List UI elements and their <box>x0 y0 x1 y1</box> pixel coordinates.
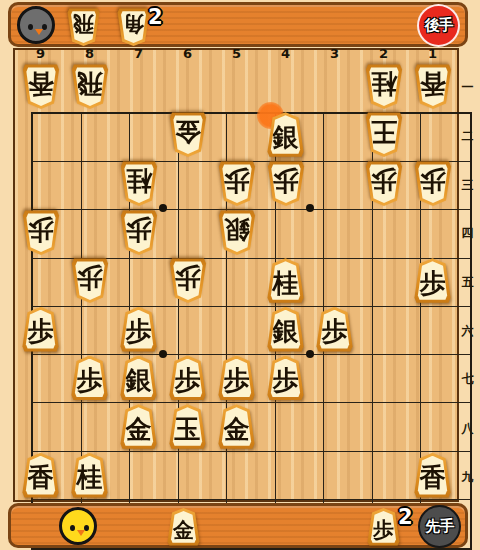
piece-kanji: 歩 <box>224 168 250 194</box>
piece-23-fu[interactable]: 歩 <box>363 161 405 206</box>
piece-kanji: 香 <box>28 464 54 490</box>
rank-label-6: 六 <box>459 323 476 340</box>
sente-player-bar: 金歩2 先手 <box>8 503 468 548</box>
piece-kanji: 歩 <box>322 318 348 344</box>
piece-42-gin[interactable]: 銀 <box>265 112 307 157</box>
avatar-eye-icon <box>70 525 75 531</box>
piece-kanji: 王 <box>371 120 397 146</box>
file-label-9: 9 <box>16 47 65 61</box>
piece-19-kyosha[interactable]: 香 <box>412 453 454 498</box>
rank-label-3: 三 <box>459 177 476 194</box>
star-point-icon <box>159 204 167 212</box>
piece-74-fu[interactable]: 歩 <box>118 210 160 255</box>
piece-kanji: 角 <box>123 15 144 36</box>
file-label-1: 1 <box>408 47 457 61</box>
piece-62-kin[interactable]: 金 <box>167 112 209 157</box>
square-33[interactable] <box>324 210 373 258</box>
square-92[interactable] <box>33 162 82 210</box>
piece-53-fu[interactable]: 歩 <box>216 161 258 206</box>
rank-label-5: 五 <box>459 274 476 291</box>
piece-46-gin[interactable]: 銀 <box>265 307 307 352</box>
piece-kanji: 香 <box>420 464 446 490</box>
piece-kanji: 歩 <box>77 266 103 292</box>
piece-kanji: 銀 <box>126 367 152 393</box>
rank-label-4: 四 <box>459 225 476 242</box>
square-34[interactable] <box>324 259 373 307</box>
file-label-4: 4 <box>261 47 310 61</box>
sente-avatar-icon <box>59 507 97 545</box>
hand-piece-fu[interactable]: 歩 <box>365 508 402 546</box>
gote-player-bar: 飛角2 後手 <box>8 2 468 47</box>
piece-kanji: 歩 <box>273 168 299 194</box>
piece-kanji: 歩 <box>175 367 201 393</box>
piece-87-fu[interactable]: 歩 <box>69 356 111 401</box>
square-23[interactable] <box>373 210 422 258</box>
piece-kanji: 歩 <box>224 367 250 393</box>
file-label-6: 6 <box>163 47 212 61</box>
rank-label-7: 七 <box>459 371 476 388</box>
square-25[interactable] <box>373 307 422 355</box>
piece-kanji: 歩 <box>175 266 201 292</box>
piece-15-fu[interactable]: 歩 <box>412 258 454 303</box>
file-label-8: 8 <box>65 47 114 61</box>
square-27[interactable] <box>373 403 422 451</box>
square-48[interactable] <box>276 452 325 500</box>
piece-36-fu[interactable]: 歩 <box>314 307 356 352</box>
piece-85-fu[interactable]: 歩 <box>69 258 111 303</box>
star-point-icon <box>306 350 314 358</box>
square-47[interactable] <box>276 403 325 451</box>
piece-22-ou[interactable]: 王 <box>363 112 405 157</box>
piece-99-kyosha[interactable]: 香 <box>20 453 62 498</box>
piece-77-gin[interactable]: 銀 <box>118 356 160 401</box>
square-26[interactable] <box>373 355 422 403</box>
rank-label-9: 九 <box>459 469 476 486</box>
rank-label-1: 一 <box>459 79 476 96</box>
square-36[interactable] <box>324 355 373 403</box>
square-58[interactable] <box>227 452 276 500</box>
square-81[interactable] <box>82 114 131 162</box>
piece-76-fu[interactable]: 歩 <box>118 307 160 352</box>
square-78[interactable] <box>130 452 179 500</box>
piece-kanji: 歩 <box>28 217 54 243</box>
piece-kanji: 歩 <box>77 367 103 393</box>
piece-kanji: 飛 <box>73 15 94 36</box>
hand-piece-kin[interactable]: 金 <box>165 508 202 546</box>
piece-11-kyosha[interactable]: 香 <box>412 64 454 109</box>
piece-kanji: 香 <box>420 71 446 97</box>
square-65[interactable] <box>179 307 228 355</box>
piece-kanji: 歩 <box>126 318 152 344</box>
piece-kanji: 金 <box>173 519 194 540</box>
piece-kanji: 歩 <box>371 168 397 194</box>
square-91[interactable] <box>33 114 82 162</box>
piece-81-hisha[interactable]: 飛 <box>69 64 111 109</box>
avatar-eye-icon <box>28 24 33 30</box>
file-label-2: 2 <box>359 47 408 61</box>
piece-kanji: 玉 <box>175 416 201 442</box>
piece-kanji: 銀 <box>224 217 250 243</box>
piece-kanji: 歩 <box>420 270 446 296</box>
piece-47-fu[interactable]: 歩 <box>265 356 307 401</box>
hand-piece-hisha[interactable]: 飛 <box>65 8 102 46</box>
square-68[interactable] <box>179 452 228 500</box>
piece-kanji: 歩 <box>126 217 152 243</box>
piece-43-fu[interactable]: 歩 <box>265 161 307 206</box>
gote-avatar-icon <box>17 6 55 44</box>
avatar-beak-icon <box>35 29 43 35</box>
piece-91-kyosha[interactable]: 香 <box>20 64 62 109</box>
file-label-3: 3 <box>310 47 359 61</box>
square-37[interactable] <box>324 403 373 451</box>
piece-68-gyoku[interactable]: 玉 <box>167 404 209 449</box>
piece-kanji: 歩 <box>420 168 446 194</box>
piece-kanji: 金 <box>126 416 152 442</box>
square-38[interactable] <box>324 452 373 500</box>
piece-kanji: 桂 <box>371 71 397 97</box>
piece-kanji: 桂 <box>273 270 299 296</box>
piece-58-kin[interactable]: 金 <box>216 404 258 449</box>
sente-badge: 先手 <box>418 505 461 548</box>
rank-label-2: 二 <box>459 128 476 145</box>
piece-kanji: 桂 <box>126 168 152 194</box>
piece-65-fu[interactable]: 歩 <box>167 258 209 303</box>
rank-label-8: 八 <box>459 420 476 437</box>
hand-piece-count: 2 <box>398 505 413 529</box>
piece-13-fu[interactable]: 歩 <box>412 161 454 206</box>
piece-78-kin[interactable]: 金 <box>118 404 160 449</box>
piece-57-fu[interactable]: 歩 <box>216 356 258 401</box>
gote-badge: 後手 <box>417 4 460 47</box>
piece-kanji: 飛 <box>77 71 103 97</box>
piece-96-fu[interactable]: 歩 <box>20 307 62 352</box>
piece-73-keima[interactable]: 桂 <box>118 161 160 206</box>
piece-kanji: 歩 <box>28 318 54 344</box>
piece-kanji: 香 <box>28 71 54 97</box>
avatar-beak-icon <box>77 530 85 536</box>
square-43[interactable] <box>276 210 325 258</box>
file-label-5: 5 <box>212 47 261 61</box>
piece-21-keima[interactable]: 桂 <box>363 64 405 109</box>
piece-54-gin[interactable]: 銀 <box>216 210 258 255</box>
file-label-7: 7 <box>114 47 163 61</box>
piece-67-fu[interactable]: 歩 <box>167 356 209 401</box>
hand-piece-kaku[interactable]: 角 <box>115 8 152 46</box>
shogi-app: 飛角2 後手 香飛桂香金銀王桂歩歩歩歩歩歩銀歩歩桂歩歩歩銀歩歩銀歩歩歩金玉金香桂… <box>0 0 480 550</box>
piece-kanji: 金 <box>175 120 201 146</box>
piece-45-keima[interactable]: 桂 <box>265 258 307 303</box>
star-point-icon <box>159 350 167 358</box>
piece-89-keima[interactable]: 桂 <box>69 453 111 498</box>
piece-kanji: 銀 <box>273 318 299 344</box>
piece-kanji: 銀 <box>273 124 299 150</box>
hand-piece-count: 2 <box>148 5 163 29</box>
piece-kanji: 桂 <box>77 464 103 490</box>
star-point-icon <box>306 204 314 212</box>
piece-kanji: 金 <box>224 416 250 442</box>
square-97[interactable] <box>33 403 82 451</box>
piece-94-fu[interactable]: 歩 <box>20 210 62 255</box>
piece-kanji: 歩 <box>373 519 394 540</box>
piece-kanji: 歩 <box>273 367 299 393</box>
